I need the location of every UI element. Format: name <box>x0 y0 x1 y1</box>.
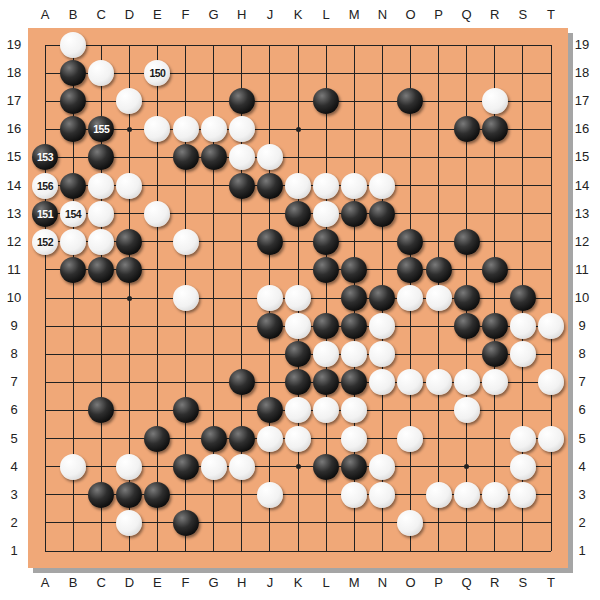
stone-white-D4[interactable] <box>116 454 142 480</box>
stone-white-N4[interactable] <box>369 454 395 480</box>
stone-black-C3[interactable] <box>88 482 114 508</box>
stone-black-C6[interactable] <box>88 397 114 423</box>
stone-white-M8[interactable] <box>341 341 367 367</box>
column-label-top-K: K <box>294 8 303 22</box>
stone-white-A14[interactable]: 156 <box>32 173 58 199</box>
stone-white-O2[interactable] <box>397 510 423 536</box>
column-label-top-J: J <box>267 8 274 22</box>
stone-black-L7[interactable] <box>313 369 339 395</box>
star-point <box>296 464 301 469</box>
stone-black-P11[interactable] <box>426 257 452 283</box>
stone-black-Q16[interactable] <box>454 116 480 142</box>
stone-black-E3[interactable] <box>144 482 170 508</box>
stone-white-J10[interactable] <box>257 285 283 311</box>
stone-black-N13[interactable] <box>369 201 395 227</box>
stone-white-N8[interactable] <box>369 341 395 367</box>
stone-white-Q6[interactable] <box>454 397 480 423</box>
column-label-top-O: O <box>405 8 415 22</box>
row-label-right-16: 16 <box>575 122 589 136</box>
stone-white-S9[interactable] <box>510 313 536 339</box>
stone-white-O10[interactable] <box>397 285 423 311</box>
stone-black-K13[interactable] <box>285 201 311 227</box>
row-label-left-6: 6 <box>10 403 17 417</box>
stone-white-B12[interactable] <box>60 229 86 255</box>
stone-black-L11[interactable] <box>313 257 339 283</box>
column-label-bottom-E: E <box>153 576 162 590</box>
column-label-bottom-J: J <box>267 576 274 590</box>
stone-black-Q9[interactable] <box>454 313 480 339</box>
row-label-left-4: 4 <box>10 460 17 474</box>
stone-black-R9[interactable] <box>482 313 508 339</box>
stone-white-C12[interactable] <box>88 229 114 255</box>
stone-black-D11[interactable] <box>116 257 142 283</box>
stone-white-Q7[interactable] <box>454 369 480 395</box>
stone-black-D3[interactable] <box>116 482 142 508</box>
stone-white-N14[interactable] <box>369 173 395 199</box>
stone-black-B11[interactable] <box>60 257 86 283</box>
stone-black-B18[interactable] <box>60 60 86 86</box>
stone-black-G15[interactable] <box>201 144 227 170</box>
row-label-right-17: 17 <box>575 94 589 108</box>
row-label-left-8: 8 <box>10 347 17 361</box>
stone-white-E18[interactable]: 150 <box>144 60 170 86</box>
stone-white-J3[interactable] <box>257 482 283 508</box>
stone-black-M11[interactable] <box>341 257 367 283</box>
column-label-bottom-B: B <box>69 576 78 590</box>
column-label-top-A: A <box>41 8 50 22</box>
row-label-left-12: 12 <box>7 235 21 249</box>
stone-white-E13[interactable] <box>144 201 170 227</box>
stone-black-O12[interactable] <box>397 229 423 255</box>
stone-white-S8[interactable] <box>510 341 536 367</box>
stone-black-R11[interactable] <box>482 257 508 283</box>
column-label-top-R: R <box>490 8 499 22</box>
grid-line-vertical <box>551 45 552 551</box>
row-label-right-18: 18 <box>575 66 589 80</box>
stone-white-K5[interactable] <box>285 426 311 452</box>
column-label-top-Q: Q <box>462 8 472 22</box>
go-board[interactable]: 150155153156151154152 <box>28 28 568 568</box>
stone-white-F16[interactable] <box>173 116 199 142</box>
stone-white-Q3[interactable] <box>454 482 480 508</box>
stone-black-O17[interactable] <box>397 88 423 114</box>
column-label-top-C: C <box>97 8 106 22</box>
column-label-top-B: B <box>69 8 78 22</box>
stone-white-K10[interactable] <box>285 285 311 311</box>
stone-white-N9[interactable] <box>369 313 395 339</box>
stone-white-R3[interactable] <box>482 482 508 508</box>
stone-white-K6[interactable] <box>285 397 311 423</box>
stone-black-H7[interactable] <box>229 369 255 395</box>
stone-white-K14[interactable] <box>285 173 311 199</box>
stone-white-S4[interactable] <box>510 454 536 480</box>
row-label-left-19: 19 <box>7 38 21 52</box>
stone-black-B14[interactable] <box>60 173 86 199</box>
stone-black-H17[interactable] <box>229 88 255 114</box>
stone-white-M14[interactable] <box>341 173 367 199</box>
stone-black-N10[interactable] <box>369 285 395 311</box>
stone-white-C13[interactable] <box>88 201 114 227</box>
row-label-right-10: 10 <box>575 291 589 305</box>
column-label-bottom-R: R <box>490 576 499 590</box>
row-label-right-9: 9 <box>578 319 585 333</box>
stone-white-R7[interactable] <box>482 369 508 395</box>
go-diagram: 150155153156151154152 AABBCCDDEEFFGGHHJJ… <box>0 0 600 600</box>
stone-white-L6[interactable] <box>313 397 339 423</box>
stone-black-B17[interactable] <box>60 88 86 114</box>
stone-white-C14[interactable] <box>88 173 114 199</box>
stone-black-J6[interactable] <box>257 397 283 423</box>
row-label-right-6: 6 <box>578 403 585 417</box>
stone-white-C18[interactable] <box>88 60 114 86</box>
row-label-left-1: 1 <box>10 544 17 558</box>
stone-black-Q10[interactable] <box>454 285 480 311</box>
stone-black-D12[interactable] <box>116 229 142 255</box>
column-label-top-H: H <box>237 8 246 22</box>
row-label-left-16: 16 <box>7 122 21 136</box>
stone-white-M5[interactable] <box>341 426 367 452</box>
stone-black-M9[interactable] <box>341 313 367 339</box>
stone-black-M7[interactable] <box>341 369 367 395</box>
stone-white-R17[interactable] <box>482 88 508 114</box>
stone-white-M6[interactable] <box>341 397 367 423</box>
stone-white-H4[interactable] <box>229 454 255 480</box>
stone-white-S3[interactable] <box>510 482 536 508</box>
row-label-right-8: 8 <box>578 347 585 361</box>
row-label-left-2: 2 <box>10 516 17 530</box>
stone-white-N3[interactable] <box>369 482 395 508</box>
stone-white-M3[interactable] <box>341 482 367 508</box>
stone-white-P3[interactable] <box>426 482 452 508</box>
stone-black-S10[interactable] <box>510 285 536 311</box>
stone-white-S5[interactable] <box>510 426 536 452</box>
row-label-left-11: 11 <box>7 263 21 277</box>
stone-white-G4[interactable] <box>201 454 227 480</box>
stone-black-Q12[interactable] <box>454 229 480 255</box>
row-label-left-9: 9 <box>10 319 17 333</box>
column-label-bottom-C: C <box>97 576 106 590</box>
column-label-bottom-F: F <box>182 576 190 590</box>
stone-white-L13[interactable] <box>313 201 339 227</box>
stone-black-B16[interactable] <box>60 116 86 142</box>
stone-white-H15[interactable] <box>229 144 255 170</box>
stone-white-B13[interactable]: 154 <box>60 201 86 227</box>
stone-white-L14[interactable] <box>313 173 339 199</box>
stone-black-F15[interactable] <box>173 144 199 170</box>
row-label-left-5: 5 <box>10 432 17 446</box>
stone-black-A13[interactable]: 151 <box>32 201 58 227</box>
stone-white-G16[interactable] <box>201 116 227 142</box>
column-label-bottom-A: A <box>41 576 50 590</box>
row-label-right-4: 4 <box>578 460 585 474</box>
column-label-bottom-L: L <box>322 576 329 590</box>
stone-white-O5[interactable] <box>397 426 423 452</box>
column-label-top-M: M <box>349 8 360 22</box>
row-label-right-7: 7 <box>578 375 585 389</box>
row-label-right-11: 11 <box>575 263 589 277</box>
stone-black-R16[interactable] <box>482 116 508 142</box>
stone-white-J15[interactable] <box>257 144 283 170</box>
stone-white-F12[interactable] <box>173 229 199 255</box>
row-label-left-13: 13 <box>7 207 21 221</box>
stone-black-M13[interactable] <box>341 201 367 227</box>
column-label-bottom-T: T <box>547 576 555 590</box>
stone-black-K7[interactable] <box>285 369 311 395</box>
stone-white-A12[interactable]: 152 <box>32 229 58 255</box>
column-label-top-E: E <box>153 8 162 22</box>
stone-black-C11[interactable] <box>88 257 114 283</box>
row-label-left-10: 10 <box>7 291 21 305</box>
column-label-top-T: T <box>547 8 555 22</box>
column-label-bottom-N: N <box>378 576 387 590</box>
star-point <box>127 296 132 301</box>
row-label-right-15: 15 <box>575 150 589 164</box>
stone-black-J9[interactable] <box>257 313 283 339</box>
column-label-top-G: G <box>209 8 219 22</box>
row-label-right-12: 12 <box>575 235 589 249</box>
stone-white-H16[interactable] <box>229 116 255 142</box>
row-label-left-14: 14 <box>7 179 21 193</box>
stone-black-G5[interactable] <box>201 426 227 452</box>
column-label-top-D: D <box>125 8 134 22</box>
stone-white-T5[interactable] <box>538 426 564 452</box>
stone-white-D2[interactable] <box>116 510 142 536</box>
row-label-left-3: 3 <box>10 488 17 502</box>
column-label-top-F: F <box>182 8 190 22</box>
column-label-top-L: L <box>322 8 329 22</box>
stone-black-H5[interactable] <box>229 426 255 452</box>
row-label-left-7: 7 <box>10 375 17 389</box>
stone-black-L4[interactable] <box>313 454 339 480</box>
row-label-right-2: 2 <box>578 516 585 530</box>
column-label-top-P: P <box>434 8 443 22</box>
stone-white-P7[interactable] <box>426 369 452 395</box>
column-label-bottom-M: M <box>349 576 360 590</box>
stone-black-R8[interactable] <box>482 341 508 367</box>
row-label-left-18: 18 <box>7 66 21 80</box>
stone-black-L12[interactable] <box>313 229 339 255</box>
stone-white-J5[interactable] <box>257 426 283 452</box>
star-point <box>127 127 132 132</box>
stone-white-D17[interactable] <box>116 88 142 114</box>
row-label-right-5: 5 <box>578 432 585 446</box>
column-label-bottom-G: G <box>209 576 219 590</box>
stone-white-F10[interactable] <box>173 285 199 311</box>
stone-black-C16[interactable]: 155 <box>88 116 114 142</box>
column-label-bottom-K: K <box>294 576 303 590</box>
stone-black-A15[interactable]: 153 <box>32 144 58 170</box>
stone-white-T9[interactable] <box>538 313 564 339</box>
stone-white-N7[interactable] <box>369 369 395 395</box>
stone-white-P10[interactable] <box>426 285 452 311</box>
column-label-bottom-H: H <box>237 576 246 590</box>
grid-line-horizontal <box>45 551 551 552</box>
star-point <box>464 464 469 469</box>
stone-black-J12[interactable] <box>257 229 283 255</box>
stone-white-T7[interactable] <box>538 369 564 395</box>
column-label-top-N: N <box>378 8 387 22</box>
row-label-right-19: 19 <box>575 38 589 52</box>
stone-white-D14[interactable] <box>116 173 142 199</box>
row-label-right-13: 13 <box>575 207 589 221</box>
stone-black-O11[interactable] <box>397 257 423 283</box>
stone-white-L8[interactable] <box>313 341 339 367</box>
stone-black-H14[interactable] <box>229 173 255 199</box>
stone-black-M10[interactable] <box>341 285 367 311</box>
row-label-right-1: 1 <box>578 544 585 558</box>
stone-black-F6[interactable] <box>173 397 199 423</box>
stone-white-E16[interactable] <box>144 116 170 142</box>
stone-black-L9[interactable] <box>313 313 339 339</box>
stone-black-F4[interactable] <box>173 454 199 480</box>
row-label-right-14: 14 <box>575 179 589 193</box>
row-label-left-17: 17 <box>7 94 21 108</box>
stone-black-F2[interactable] <box>173 510 199 536</box>
stone-black-C15[interactable] <box>88 144 114 170</box>
stone-white-K9[interactable] <box>285 313 311 339</box>
column-label-bottom-S: S <box>519 576 528 590</box>
column-label-bottom-D: D <box>125 576 134 590</box>
star-point <box>296 127 301 132</box>
stone-black-E5[interactable] <box>144 426 170 452</box>
stone-white-O7[interactable] <box>397 369 423 395</box>
column-label-bottom-P: P <box>434 576 443 590</box>
stone-black-M4[interactable] <box>341 454 367 480</box>
stone-black-L17[interactable] <box>313 88 339 114</box>
stone-black-K8[interactable] <box>285 341 311 367</box>
stone-white-B19[interactable] <box>60 32 86 58</box>
column-label-top-S: S <box>519 8 528 22</box>
stone-black-J14[interactable] <box>257 173 283 199</box>
stone-white-B4[interactable] <box>60 454 86 480</box>
row-label-right-3: 3 <box>578 488 585 502</box>
column-label-bottom-O: O <box>405 576 415 590</box>
column-label-bottom-Q: Q <box>462 576 472 590</box>
row-label-left-15: 15 <box>7 150 21 164</box>
